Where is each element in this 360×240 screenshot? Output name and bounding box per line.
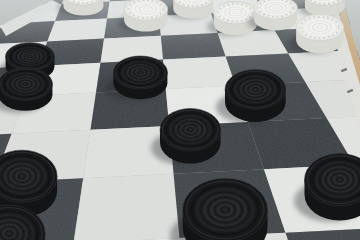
piece-top: [113, 56, 167, 89]
checkers-board-photo: [0, 0, 360, 240]
checker-piece-white: [167, 0, 213, 19]
piece-top: [296, 14, 344, 41]
checker-piece-black: [0, 68, 52, 113]
piece-top: [6, 43, 55, 70]
piece-top: [0, 68, 52, 101]
board-svg: [0, 0, 360, 240]
piece-top: [124, 0, 167, 20]
piece-top: [160, 109, 221, 151]
piece-top: [183, 178, 268, 240]
piece-top: [225, 70, 286, 110]
checker-piece-white: [247, 0, 297, 31]
